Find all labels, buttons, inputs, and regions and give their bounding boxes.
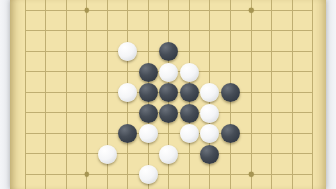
- black-stone: [221, 124, 240, 143]
- white-stone: [200, 124, 219, 143]
- white-stone: [180, 124, 199, 143]
- white-stone: [200, 83, 219, 102]
- black-stone: [221, 83, 240, 102]
- white-stone: [139, 124, 158, 143]
- black-stone: [159, 83, 178, 102]
- black-stone: [118, 124, 137, 143]
- white-stone: [159, 63, 178, 82]
- black-stone: [180, 104, 199, 123]
- black-stone: [139, 83, 158, 102]
- black-stone: [200, 145, 219, 164]
- white-stone: [139, 165, 158, 184]
- black-stone: [139, 63, 158, 82]
- white-stone: [98, 145, 117, 164]
- black-stone: [180, 83, 199, 102]
- white-stone: [118, 83, 137, 102]
- right-letterbox-strip: [325, 0, 336, 189]
- white-stone: [180, 63, 199, 82]
- white-stone: [118, 42, 137, 61]
- app-viewport: [0, 0, 336, 189]
- black-stone: [159, 104, 178, 123]
- gomoku-board[interactable]: [10, 0, 326, 189]
- white-stone: [200, 104, 219, 123]
- white-stone: [159, 145, 178, 164]
- black-stone: [139, 104, 158, 123]
- black-stone: [159, 42, 178, 61]
- board-stones-layer: [15, 0, 323, 189]
